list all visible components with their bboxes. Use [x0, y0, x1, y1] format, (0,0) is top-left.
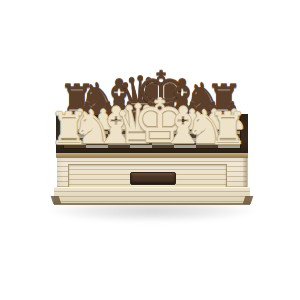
piece-white-rook: ♜ [208, 108, 247, 150]
product-photo: ♜♞♝♛♚♝♞♜♟♟♟♟♟♟♟♟♟♟♟♟♟♟♟♟♜♞♝♛♚♝♞♜ [0, 0, 300, 300]
pieces-layer: ♜♞♝♛♚♝♞♜♟♟♟♟♟♟♟♟♟♟♟♟♟♟♟♟♜♞♝♛♚♝♞♜ [0, 0, 300, 300]
